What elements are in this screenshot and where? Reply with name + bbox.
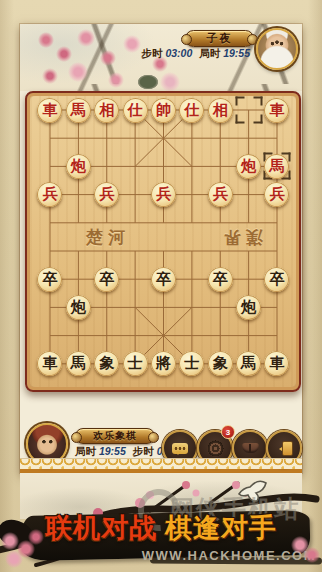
piece-red-soldier-e4[interactable]: 兵 bbox=[151, 182, 176, 207]
piece-red-soldier-c4[interactable]: 兵 bbox=[94, 182, 119, 207]
piece-red-advisor-d1[interactable]: 仕 bbox=[123, 98, 148, 123]
piece-black-horse-h10[interactable]: 馬 bbox=[236, 351, 261, 376]
piece-black-soldier-i7[interactable]: 卒 bbox=[264, 267, 289, 292]
takeback-icon bbox=[207, 440, 224, 457]
takeback-count-badge: 3 bbox=[221, 425, 235, 439]
bottom-player-name: 欢乐象棋 bbox=[93, 429, 137, 443]
board-wood-surface: 楚河 漢界 車馬相仕帥仕相車炮炮馬兵兵兵兵兵卒卒卒卒卒炮炮車馬象士將士象馬車 bbox=[30, 96, 296, 387]
blossom-cluster-left bbox=[0, 529, 50, 569]
top-game-time-label: 局时 bbox=[199, 48, 220, 59]
piece-red-soldier-g4[interactable]: 兵 bbox=[208, 182, 233, 207]
piece-black-soldier-e7[interactable]: 卒 bbox=[151, 267, 176, 292]
bottom-game-time-label: 局时 bbox=[75, 446, 96, 457]
piece-black-rook-a10[interactable]: 車 bbox=[37, 351, 62, 376]
piece-red-horse-i3[interactable]: 馬 bbox=[264, 154, 289, 179]
chat-bubble-icon bbox=[172, 443, 188, 454]
piece-black-advisor-d10[interactable]: 士 bbox=[123, 351, 148, 376]
promo-slogan-red: 联机对战 bbox=[45, 513, 157, 543]
piece-black-general-e10[interactable]: 將 bbox=[151, 351, 176, 376]
exit-door-icon bbox=[275, 441, 293, 456]
piece-red-cannon-h3[interactable]: 炮 bbox=[236, 154, 261, 179]
piece-black-cannon-h8[interactable]: 炮 bbox=[236, 295, 261, 320]
xiangqi-board: 楚河 漢界 車馬相仕帥仕相車炮炮馬兵兵兵兵兵卒卒卒卒卒炮炮車馬象士將士象馬車 bbox=[25, 91, 301, 392]
piece-red-general-e1[interactable]: 帥 bbox=[151, 98, 176, 123]
piece-red-horse-b1[interactable]: 馬 bbox=[66, 98, 91, 123]
piece-red-soldier-a4[interactable]: 兵 bbox=[37, 182, 62, 207]
piece-black-horse-b10[interactable]: 馬 bbox=[66, 351, 91, 376]
top-game-time-value: 19:55 bbox=[223, 47, 250, 59]
last-move-from-marker bbox=[235, 97, 262, 124]
bottom-player-nameplate: 欢乐象棋 bbox=[75, 428, 155, 444]
piece-black-rook-i10[interactable]: 車 bbox=[264, 351, 289, 376]
promo-slogan-gold: 棋逢对手 bbox=[165, 513, 277, 543]
draw-hands-icon bbox=[242, 443, 259, 453]
top-move-time-value: 03:00 bbox=[165, 47, 192, 59]
piece-layer: 車馬相仕帥仕相車炮炮馬兵兵兵兵兵卒卒卒卒卒炮炮車馬象士將士象馬車 bbox=[36, 96, 291, 378]
piece-black-elephant-c10[interactable]: 象 bbox=[94, 351, 119, 376]
piece-black-elephant-g10[interactable]: 象 bbox=[208, 351, 233, 376]
top-player-nameplate: 子夜 bbox=[185, 30, 254, 47]
bottom-move-time-label: 步时 bbox=[133, 446, 154, 457]
piece-black-soldier-a7[interactable]: 卒 bbox=[37, 267, 62, 292]
piece-black-soldier-c7[interactable]: 卒 bbox=[94, 267, 119, 292]
piece-red-rook-a1[interactable]: 車 bbox=[37, 98, 62, 123]
piece-black-cannon-b8[interactable]: 炮 bbox=[66, 295, 91, 320]
piece-red-rook-i1[interactable]: 車 bbox=[264, 98, 289, 123]
top-player-times: 步时 03:00 局时 19:55 bbox=[142, 47, 254, 61]
game-screen: 子夜 步时 03:00 局时 19:55 bbox=[0, 0, 322, 572]
top-move-time-label: 步时 bbox=[142, 48, 163, 59]
gold-lace-trim bbox=[20, 458, 302, 469]
piece-red-elephant-c1[interactable]: 相 bbox=[94, 98, 119, 123]
bottom-game-time-value: 19:55 bbox=[99, 445, 126, 457]
blossom-cluster-right bbox=[288, 535, 322, 567]
piece-red-soldier-i4[interactable]: 兵 bbox=[264, 182, 289, 207]
top-player-avatar[interactable] bbox=[256, 28, 298, 70]
piece-red-cannon-b3[interactable]: 炮 bbox=[66, 154, 91, 179]
promo-banner: 网侠手机站 联机对战 棋逢对手 WWW.HACKHOME.COM bbox=[0, 473, 322, 572]
piece-black-soldier-g7[interactable]: 卒 bbox=[208, 267, 233, 292]
piece-red-advisor-f1[interactable]: 仕 bbox=[179, 98, 204, 123]
top-player-name: 子夜 bbox=[207, 31, 233, 46]
piece-black-advisor-f10[interactable]: 士 bbox=[179, 351, 204, 376]
piece-red-elephant-g1[interactable]: 相 bbox=[208, 98, 233, 123]
game-panel: 子夜 步时 03:00 局时 19:55 bbox=[20, 24, 302, 473]
